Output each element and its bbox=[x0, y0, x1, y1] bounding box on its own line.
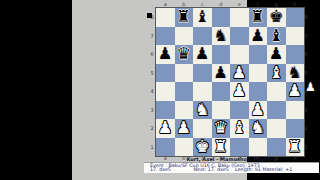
square-g5[interactable]: ♝ bbox=[267, 64, 286, 83]
square-f5[interactable] bbox=[249, 64, 268, 83]
white-pawn-piece[interactable]: ♟ bbox=[232, 83, 247, 100]
square-b1[interactable] bbox=[175, 138, 194, 157]
square-h4[interactable]: ♟ bbox=[286, 82, 305, 101]
square-g4[interactable] bbox=[267, 82, 286, 101]
square-c7[interactable] bbox=[193, 27, 212, 46]
square-c1[interactable]: ♚ bbox=[193, 138, 212, 157]
white-pawn-piece[interactable]: ♟ bbox=[287, 83, 302, 100]
square-d5[interactable]: ♟ bbox=[212, 64, 231, 83]
rank-label-3: 3 bbox=[149, 107, 155, 113]
square-b8[interactable]: ♜ bbox=[175, 8, 194, 27]
black-to-move-indicator bbox=[147, 13, 152, 18]
square-f1[interactable] bbox=[249, 138, 268, 157]
square-e7[interactable] bbox=[230, 27, 249, 46]
square-a5[interactable] bbox=[156, 64, 175, 83]
square-e4[interactable]: ♟ bbox=[230, 82, 249, 101]
square-c2[interactable] bbox=[193, 119, 212, 138]
black-knight-piece[interactable]: ♞ bbox=[287, 65, 302, 82]
square-f2[interactable]: ♞ bbox=[249, 119, 268, 138]
black-rook-piece[interactable]: ♜ bbox=[250, 9, 265, 26]
square-c8[interactable]: ♝ bbox=[193, 8, 212, 27]
last-move-label: 17. dxe5 bbox=[150, 168, 192, 173]
square-a1[interactable] bbox=[156, 138, 175, 157]
square-b5[interactable] bbox=[175, 64, 194, 83]
square-a8[interactable] bbox=[156, 8, 175, 27]
square-d3[interactable] bbox=[212, 101, 231, 120]
material-pawn-icon: ♟ bbox=[305, 81, 316, 94]
square-h3[interactable] bbox=[286, 101, 305, 120]
square-b6[interactable]: ♛ bbox=[175, 45, 194, 64]
square-h2[interactable] bbox=[286, 119, 305, 138]
next-move-label: Next: 17. dxe5 bbox=[194, 168, 234, 173]
white-king-piece[interactable]: ♚ bbox=[195, 139, 210, 156]
black-knight-piece[interactable]: ♞ bbox=[213, 28, 228, 45]
black-pawn-piece[interactable]: ♟ bbox=[250, 28, 265, 45]
white-rook-piece[interactable]: ♜ bbox=[213, 139, 228, 156]
game-info-box: Event : Baku/SF Cup U16 C, Baku (Geo), 1… bbox=[144, 162, 319, 173]
square-h1[interactable]: ♜ bbox=[286, 138, 305, 157]
square-h5[interactable]: ♞ bbox=[286, 64, 305, 83]
square-e1[interactable] bbox=[230, 138, 249, 157]
square-f4[interactable] bbox=[249, 82, 268, 101]
square-g8[interactable]: ♚ bbox=[267, 8, 286, 27]
black-bishop-piece[interactable]: ♝ bbox=[195, 9, 210, 26]
square-b7[interactable] bbox=[175, 27, 194, 46]
chess-board: ♜♝♜♚♞♟♝♟♛♟♟♟♟♝♞♟♟♞♟♟♟♛♝♞♚♜♜ bbox=[156, 8, 304, 156]
square-a4[interactable] bbox=[156, 82, 175, 101]
file-label-e: e bbox=[230, 1, 249, 7]
white-pawn-piece[interactable]: ♟ bbox=[232, 65, 247, 82]
video-frame: abcdefgh abcdefgh 87654321 87654321 ♟ ♜♝… bbox=[0, 0, 320, 180]
length-label: Length: 91 bbox=[235, 168, 261, 173]
square-d4[interactable] bbox=[212, 82, 231, 101]
square-c3[interactable]: ♞ bbox=[193, 101, 212, 120]
square-g2[interactable] bbox=[267, 119, 286, 138]
square-h7[interactable] bbox=[286, 27, 305, 46]
square-a6[interactable]: ♟ bbox=[156, 45, 175, 64]
square-e6[interactable] bbox=[230, 45, 249, 64]
square-g7[interactable]: ♝ bbox=[267, 27, 286, 46]
black-rook-piece[interactable]: ♜ bbox=[176, 9, 191, 26]
square-g1[interactable] bbox=[267, 138, 286, 157]
square-a2[interactable]: ♟ bbox=[156, 119, 175, 138]
white-pawn-piece[interactable]: ♟ bbox=[250, 102, 265, 119]
square-f6[interactable] bbox=[249, 45, 268, 64]
white-pawn-piece[interactable]: ♟ bbox=[158, 120, 173, 137]
white-bishop-piece[interactable]: ♝ bbox=[232, 120, 247, 137]
rank-label-6: 6 bbox=[149, 51, 155, 57]
black-pawn-piece[interactable]: ♟ bbox=[269, 46, 284, 63]
square-d7[interactable]: ♞ bbox=[212, 27, 231, 46]
file-label-d: d bbox=[212, 1, 231, 7]
black-king-piece[interactable]: ♚ bbox=[269, 9, 284, 26]
square-h8[interactable] bbox=[286, 8, 305, 27]
square-e5[interactable]: ♟ bbox=[230, 64, 249, 83]
white-bishop-piece[interactable]: ♝ bbox=[269, 65, 284, 82]
rank-label-2: 2 bbox=[149, 125, 155, 131]
square-b3[interactable] bbox=[175, 101, 194, 120]
square-b2[interactable]: ♟ bbox=[175, 119, 194, 138]
rank-label-7: 7 bbox=[149, 33, 155, 39]
square-d8[interactable] bbox=[212, 8, 231, 27]
square-c5[interactable] bbox=[193, 64, 212, 83]
white-pawn-piece[interactable]: ♟ bbox=[176, 120, 191, 137]
square-f7[interactable]: ♟ bbox=[249, 27, 268, 46]
square-e3[interactable] bbox=[230, 101, 249, 120]
file-label-a: a bbox=[156, 1, 175, 7]
rank-label-1: 1 bbox=[149, 144, 155, 150]
white-rook-piece[interactable]: ♜ bbox=[287, 139, 302, 156]
square-f3[interactable]: ♟ bbox=[249, 101, 268, 120]
square-d6[interactable] bbox=[212, 45, 231, 64]
chess-gui-panel: abcdefgh abcdefgh 87654321 87654321 ♟ ♜♝… bbox=[72, 0, 247, 180]
black-pawn-piece[interactable]: ♟ bbox=[213, 65, 228, 82]
square-d2[interactable]: ♛ bbox=[212, 119, 231, 138]
square-c4[interactable] bbox=[193, 82, 212, 101]
black-bishop-piece[interactable]: ♝ bbox=[269, 28, 284, 45]
white-knight-piece[interactable]: ♞ bbox=[195, 102, 210, 119]
white-queen-piece[interactable]: ♛ bbox=[213, 120, 228, 137]
square-g3[interactable] bbox=[267, 101, 286, 120]
black-queen-piece[interactable]: ♛ bbox=[176, 46, 191, 63]
rank-labels-left: 87654321 bbox=[149, 8, 155, 156]
black-pawn-piece[interactable]: ♟ bbox=[158, 46, 173, 63]
move-status-line: 17. dxe5 Next: 17. dxe5 Length: 91 Mater… bbox=[144, 168, 319, 173]
square-a3[interactable] bbox=[156, 101, 175, 120]
square-e8[interactable] bbox=[230, 8, 249, 27]
black-pawn-piece[interactable]: ♟ bbox=[195, 46, 210, 63]
square-e2[interactable]: ♝ bbox=[230, 119, 249, 138]
rank-label-5: 5 bbox=[149, 70, 155, 76]
material-label: Material: +1 bbox=[263, 168, 293, 173]
square-c6[interactable]: ♟ bbox=[193, 45, 212, 64]
square-b4[interactable] bbox=[175, 82, 194, 101]
file-label-h: h bbox=[286, 1, 305, 7]
square-a7[interactable] bbox=[156, 27, 175, 46]
square-d1[interactable]: ♜ bbox=[212, 138, 231, 157]
white-knight-piece[interactable]: ♞ bbox=[250, 120, 265, 137]
rank-label-4: 4 bbox=[149, 88, 155, 94]
square-f8[interactable]: ♜ bbox=[249, 8, 268, 27]
square-h6[interactable] bbox=[286, 45, 305, 64]
square-g6[interactable]: ♟ bbox=[267, 45, 286, 64]
